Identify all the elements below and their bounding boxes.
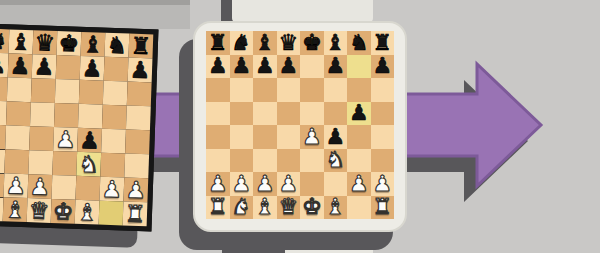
square-e8[interactable]: ♚ <box>57 31 82 56</box>
square-c8[interactable]: ♝ <box>253 31 277 55</box>
square-f5[interactable] <box>78 104 103 129</box>
square-h8[interactable]: ♜ <box>128 34 153 59</box>
white-knight-f3: ♞ <box>78 152 99 176</box>
square-h4[interactable] <box>371 125 395 149</box>
chess-transfer-scene: ♜♞♝♛♚♝♞♜♟♟♟♟♟♟♟♟♟♞♟♟♟♟♟♟♜♞♝♛♚♝♜ ♜♞♝♛♚♝♞♜… <box>0 0 600 253</box>
square-g1[interactable] <box>347 196 371 220</box>
square-g4[interactable] <box>347 125 371 149</box>
square-b1[interactable]: ♞ <box>230 196 254 220</box>
square-f6[interactable] <box>324 78 348 102</box>
square-f2[interactable] <box>324 172 348 196</box>
square-e1[interactable]: ♚ <box>51 199 76 224</box>
black-pawn-f4: ♟ <box>325 126 345 148</box>
white-rook-h1: ♜ <box>124 202 145 226</box>
square-e2[interactable] <box>300 172 324 196</box>
square-h6[interactable] <box>371 78 395 102</box>
square-c5[interactable] <box>253 102 277 126</box>
square-b3[interactable] <box>230 149 254 173</box>
square-h4[interactable] <box>125 130 150 155</box>
square-c1[interactable]: ♝ <box>253 196 277 220</box>
square-d4[interactable] <box>29 126 54 151</box>
square-c3[interactable] <box>4 149 29 174</box>
square-e4[interactable]: ♟ <box>53 127 78 152</box>
black-pawn-h7: ♟ <box>372 55 392 77</box>
square-e3[interactable] <box>52 151 77 176</box>
white-pawn-d2: ♟ <box>278 173 298 195</box>
square-f2[interactable] <box>75 176 100 201</box>
square-d6[interactable] <box>277 78 301 102</box>
square-e6[interactable] <box>55 79 80 104</box>
square-a6[interactable] <box>206 78 230 102</box>
square-h7[interactable]: ♟ <box>371 55 395 79</box>
square-a4[interactable] <box>206 125 230 149</box>
square-h5[interactable] <box>371 102 395 126</box>
square-h6[interactable] <box>127 82 152 107</box>
square-g7[interactable] <box>347 55 371 79</box>
square-b5[interactable] <box>230 102 254 126</box>
square-h2[interactable]: ♟ <box>123 177 148 202</box>
square-c1[interactable]: ♝ <box>3 197 28 222</box>
square-g8[interactable]: ♞ <box>347 31 371 55</box>
square-d1[interactable]: ♛ <box>27 198 52 223</box>
large-chessboard: ♜♞♝♛♚♝♞♜♟♟♟♟♟♟♟♟♞♟♟♟♟♟♟♜♞♝♛♚♝♜ <box>0 28 153 227</box>
square-h2[interactable]: ♟ <box>371 172 395 196</box>
black-pawn-f4: ♟ <box>79 128 100 152</box>
square-h1[interactable]: ♜ <box>123 201 148 226</box>
white-pawn-c2: ♟ <box>5 174 26 198</box>
square-a7[interactable]: ♟ <box>206 55 230 79</box>
white-pawn-h2: ♟ <box>372 173 392 195</box>
square-f3[interactable]: ♞ <box>76 152 101 177</box>
white-pawn-g2: ♟ <box>101 177 122 201</box>
square-f4[interactable]: ♟ <box>324 125 348 149</box>
black-pawn-c7: ♟ <box>255 55 275 77</box>
white-bishop-f1: ♝ <box>325 196 345 218</box>
black-bishop-f8: ♝ <box>325 32 345 54</box>
black-knight-g8: ♞ <box>349 32 369 54</box>
white-pawn-a2: ♟ <box>208 173 228 195</box>
square-a8[interactable]: ♜ <box>206 31 230 55</box>
square-f8[interactable]: ♝ <box>80 32 105 57</box>
black-bishop-c8: ♝ <box>255 32 275 54</box>
square-g7[interactable] <box>104 57 129 82</box>
square-f6[interactable] <box>79 80 104 105</box>
square-c6[interactable] <box>7 77 32 102</box>
square-d5[interactable] <box>30 102 55 127</box>
square-b4[interactable] <box>230 125 254 149</box>
square-e5[interactable] <box>300 102 324 126</box>
square-f8[interactable]: ♝ <box>324 31 348 55</box>
square-c7[interactable]: ♟ <box>253 55 277 79</box>
square-g6[interactable] <box>347 78 371 102</box>
white-knight-b1: ♞ <box>231 196 251 218</box>
square-g2[interactable]: ♟ <box>347 172 371 196</box>
white-pawn-d2: ♟ <box>29 175 50 199</box>
square-f3[interactable]: ♞ <box>324 149 348 173</box>
square-h3[interactable] <box>124 153 149 178</box>
square-g3[interactable] <box>100 153 125 178</box>
black-queen-d8: ♛ <box>278 32 298 54</box>
square-a2[interactable]: ♟ <box>206 172 230 196</box>
black-pawn-f7: ♟ <box>81 56 102 80</box>
square-a5[interactable] <box>206 102 230 126</box>
white-pawn-b2: ♟ <box>231 173 251 195</box>
large-board-frame: ♜♞♝♛♚♝♞♜♟♟♟♟♟♟♟♟♞♟♟♟♟♟♟♜♞♝♛♚♝♜ <box>0 23 158 232</box>
square-g6[interactable] <box>103 81 128 106</box>
black-rook-a8: ♜ <box>208 32 228 54</box>
square-c7[interactable]: ♟ <box>8 53 33 78</box>
square-d3[interactable] <box>277 149 301 173</box>
square-f5[interactable] <box>324 102 348 126</box>
square-c2[interactable]: ♟ <box>4 173 29 198</box>
white-pawn-e4: ♟ <box>302 126 322 148</box>
square-c4[interactable] <box>5 125 30 150</box>
square-e3[interactable] <box>300 149 324 173</box>
white-pawn-e4: ♟ <box>55 128 76 152</box>
square-h3[interactable] <box>371 149 395 173</box>
square-d8[interactable]: ♛ <box>277 31 301 55</box>
white-pawn-b2: ♟ <box>0 173 3 197</box>
square-e4[interactable]: ♟ <box>300 125 324 149</box>
square-e5[interactable] <box>54 103 79 128</box>
white-knight-f3: ♞ <box>325 149 345 171</box>
square-d1[interactable]: ♛ <box>277 196 301 220</box>
white-queen-d1: ♛ <box>28 199 49 223</box>
square-a1[interactable]: ♜ <box>206 196 230 220</box>
square-g5[interactable] <box>102 105 127 130</box>
black-pawn-b7: ♟ <box>231 55 251 77</box>
square-f1[interactable]: ♝ <box>324 196 348 220</box>
square-g1[interactable] <box>99 201 124 226</box>
white-rook-h1: ♜ <box>372 196 392 218</box>
black-rook-h8: ♜ <box>372 32 392 54</box>
black-bishop-c8: ♝ <box>10 30 31 54</box>
black-king-e8: ♚ <box>302 32 322 54</box>
square-e2[interactable] <box>51 175 76 200</box>
square-g5[interactable]: ♟ <box>347 102 371 126</box>
square-h1[interactable]: ♜ <box>371 196 395 220</box>
square-e7[interactable] <box>300 55 324 79</box>
black-rook-h8: ♜ <box>130 34 151 58</box>
square-d6[interactable] <box>31 78 56 103</box>
square-g8[interactable]: ♞ <box>104 33 129 58</box>
white-queen-d1: ♛ <box>278 196 298 218</box>
square-e6[interactable] <box>300 78 324 102</box>
square-f7[interactable]: ♟ <box>324 55 348 79</box>
square-c2[interactable]: ♟ <box>253 172 277 196</box>
white-king-e1: ♚ <box>52 200 73 224</box>
white-pawn-c2: ♟ <box>255 173 275 195</box>
square-h7[interactable]: ♟ <box>128 58 153 83</box>
square-g2[interactable]: ♟ <box>99 177 124 202</box>
square-e1[interactable]: ♚ <box>300 196 324 220</box>
square-h5[interactable] <box>126 106 151 131</box>
square-c4[interactable] <box>253 125 277 149</box>
black-pawn-f7: ♟ <box>325 55 345 77</box>
white-pawn-h2: ♟ <box>125 178 146 202</box>
square-c5[interactable] <box>6 101 31 126</box>
square-d7[interactable]: ♟ <box>277 55 301 79</box>
black-knight-b8: ♞ <box>0 29 8 53</box>
white-bishop-c1: ♝ <box>4 198 25 222</box>
black-knight-g8: ♞ <box>106 33 127 57</box>
black-pawn-d7: ♟ <box>278 55 298 77</box>
black-pawn-h7: ♟ <box>129 58 150 82</box>
square-c6[interactable] <box>253 78 277 102</box>
square-b7[interactable]: ♟ <box>230 55 254 79</box>
square-d8[interactable]: ♛ <box>33 30 58 55</box>
square-d7[interactable]: ♟ <box>32 54 57 79</box>
white-knight-b1: ♞ <box>0 197 2 221</box>
white-pawn-g2: ♟ <box>349 173 369 195</box>
square-d3[interactable] <box>28 150 53 175</box>
white-king-e1: ♚ <box>302 196 322 218</box>
square-c3[interactable] <box>253 149 277 173</box>
square-d2[interactable]: ♟ <box>277 172 301 196</box>
black-bishop-f8: ♝ <box>82 32 103 56</box>
black-pawn-a7: ♟ <box>208 55 228 77</box>
black-queen-d8: ♛ <box>34 31 55 55</box>
square-f7[interactable]: ♟ <box>80 56 105 81</box>
square-d4[interactable] <box>277 125 301 149</box>
square-b6[interactable] <box>230 78 254 102</box>
black-pawn-d7: ♟ <box>33 55 54 79</box>
black-pawn-c7: ♟ <box>9 54 30 78</box>
square-g3[interactable] <box>347 149 371 173</box>
square-e7[interactable] <box>56 55 81 80</box>
square-d2[interactable]: ♟ <box>28 174 53 199</box>
square-f1[interactable]: ♝ <box>75 200 100 225</box>
black-pawn-b7: ♟ <box>0 53 7 77</box>
square-d5[interactable] <box>277 102 301 126</box>
square-c8[interactable]: ♝ <box>9 29 34 54</box>
watch-chessboard: ♜♞♝♛♚♝♞♜♟♟♟♟♟♟♟♟♟♞♟♟♟♟♟♟♜♞♝♛♚♝♜ <box>206 31 394 219</box>
square-e8[interactable]: ♚ <box>300 31 324 55</box>
black-king-e8: ♚ <box>58 32 79 56</box>
square-b2[interactable]: ♟ <box>230 172 254 196</box>
white-bishop-f1: ♝ <box>76 200 97 224</box>
square-b8[interactable]: ♞ <box>230 31 254 55</box>
black-pawn-g5: ♟ <box>349 102 369 124</box>
large-board-wrap: ♜♞♝♛♚♝♞♜♟♟♟♟♟♟♟♟♞♟♟♟♟♟♟♜♞♝♛♚♝♜ <box>0 23 158 232</box>
square-f4[interactable]: ♟ <box>77 128 102 153</box>
square-g4[interactable] <box>101 129 126 154</box>
square-h8[interactable]: ♜ <box>371 31 395 55</box>
square-a3[interactable] <box>206 149 230 173</box>
white-rook-a1: ♜ <box>208 196 228 218</box>
white-bishop-c1: ♝ <box>255 196 275 218</box>
black-knight-b8: ♞ <box>231 32 251 54</box>
